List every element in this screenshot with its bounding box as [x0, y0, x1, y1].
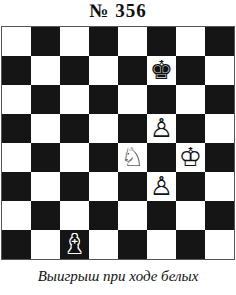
square-d6[interactable] [89, 85, 118, 114]
square-g6[interactable] [176, 85, 205, 114]
square-a6[interactable] [2, 85, 31, 114]
square-c1[interactable]: ♝ [60, 230, 89, 259]
square-e1[interactable] [118, 230, 147, 259]
square-d2[interactable] [89, 201, 118, 230]
square-h1[interactable] [205, 230, 234, 259]
square-f2[interactable] [147, 201, 176, 230]
square-d4[interactable] [89, 143, 118, 172]
square-g2[interactable] [176, 201, 205, 230]
square-h4[interactable] [205, 143, 234, 172]
square-a1[interactable] [2, 230, 31, 259]
square-d5[interactable] [89, 114, 118, 143]
square-c6[interactable] [60, 85, 89, 114]
square-c5[interactable] [60, 114, 89, 143]
white-knight[interactable]: ♘ [121, 143, 144, 172]
square-d8[interactable] [89, 27, 118, 56]
square-e3[interactable] [118, 172, 147, 201]
square-b5[interactable] [31, 114, 60, 143]
square-b8[interactable] [31, 27, 60, 56]
square-d3[interactable] [89, 172, 118, 201]
square-g5[interactable] [176, 114, 205, 143]
square-g7[interactable] [176, 56, 205, 85]
square-a5[interactable] [2, 114, 31, 143]
square-h8[interactable] [205, 27, 234, 56]
square-e4[interactable]: ♘ [118, 143, 147, 172]
square-c3[interactable] [60, 172, 89, 201]
square-g1[interactable] [176, 230, 205, 259]
diagram-caption: Выигрыш при ходе белых [0, 268, 236, 285]
white-king[interactable]: ♔ [179, 143, 202, 172]
square-g8[interactable] [176, 27, 205, 56]
square-g4[interactable]: ♔ [176, 143, 205, 172]
square-h5[interactable] [205, 114, 234, 143]
square-e6[interactable] [118, 85, 147, 114]
square-b4[interactable] [31, 143, 60, 172]
square-b2[interactable] [31, 201, 60, 230]
square-h3[interactable] [205, 172, 234, 201]
square-e7[interactable] [118, 56, 147, 85]
white-pawn[interactable]: ♙ [150, 172, 173, 201]
square-b3[interactable] [31, 172, 60, 201]
square-d1[interactable] [89, 230, 118, 259]
square-h7[interactable] [205, 56, 234, 85]
square-c7[interactable] [60, 56, 89, 85]
square-f4[interactable] [147, 143, 176, 172]
black-bishop[interactable]: ♝ [63, 230, 86, 259]
square-h2[interactable] [205, 201, 234, 230]
square-f3[interactable]: ♙ [147, 172, 176, 201]
square-c2[interactable] [60, 201, 89, 230]
square-c8[interactable] [60, 27, 89, 56]
square-e5[interactable] [118, 114, 147, 143]
square-f1[interactable] [147, 230, 176, 259]
square-a3[interactable] [2, 172, 31, 201]
square-f6[interactable] [147, 85, 176, 114]
square-e8[interactable] [118, 27, 147, 56]
square-g3[interactable] [176, 172, 205, 201]
square-e2[interactable] [118, 201, 147, 230]
square-a4[interactable] [2, 143, 31, 172]
square-c4[interactable] [60, 143, 89, 172]
square-a2[interactable] [2, 201, 31, 230]
square-f7[interactable]: ♚ [147, 56, 176, 85]
square-h6[interactable] [205, 85, 234, 114]
square-b7[interactable] [31, 56, 60, 85]
white-pawn[interactable]: ♙ [150, 114, 173, 143]
square-a7[interactable] [2, 56, 31, 85]
diagram-number: № 356 [0, 0, 236, 22]
square-f5[interactable]: ♙ [147, 114, 176, 143]
square-f8[interactable] [147, 27, 176, 56]
square-d7[interactable] [89, 56, 118, 85]
square-a8[interactable] [2, 27, 31, 56]
square-b6[interactable] [31, 85, 60, 114]
square-b1[interactable] [31, 230, 60, 259]
black-king[interactable]: ♚ [150, 56, 173, 85]
chess-board: ♚♙♘♔♙♝ [1, 26, 235, 260]
